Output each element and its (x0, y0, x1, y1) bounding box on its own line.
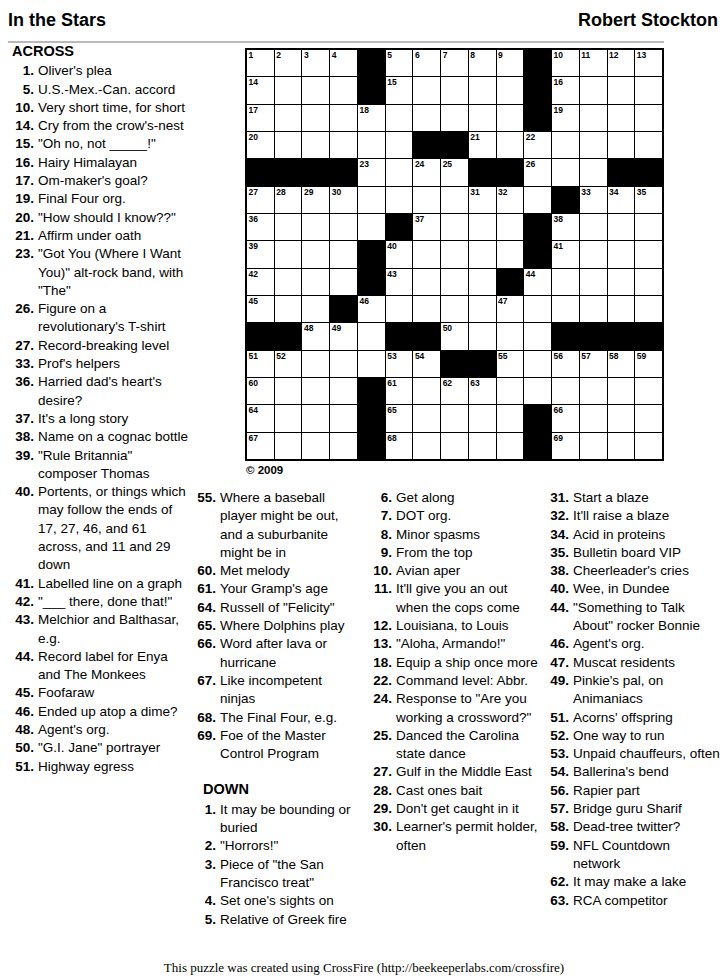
clue-text: Bulletin board VIP (573, 544, 721, 562)
clue-number: 15. (8, 135, 38, 153)
grid-cell-r6c11[interactable] (524, 187, 551, 213)
grid-cell-r6c9[interactable]: 31 (469, 187, 496, 213)
grid-cell-r9c1[interactable]: 42 (247, 269, 274, 295)
cell-number: 64 (249, 405, 258, 415)
grid-cell-r12c4[interactable] (330, 351, 357, 377)
grid-cell-r14c9[interactable] (469, 405, 496, 431)
grid-cell-r9c4[interactable] (330, 269, 357, 295)
grid-cell-r13c14[interactable] (608, 378, 635, 404)
grid-cell-r7c15[interactable] (635, 214, 662, 240)
grid-cell-r9c6[interactable]: 43 (386, 269, 413, 295)
cell-number: 41 (554, 241, 563, 251)
grid-cell-r13c13[interactable] (580, 378, 607, 404)
clue-text: Ended up atop a dime? (38, 703, 193, 721)
clue-across-23: 23."Got You (Where I Want You)" alt-rock… (8, 245, 193, 300)
clue-across-64: 64.Russell of "Felicity" (190, 599, 360, 617)
grid-cell-r3c4[interactable] (330, 105, 357, 131)
black-cell (524, 241, 551, 267)
clue-number: 27. (8, 337, 38, 355)
cell-number: 57 (581, 351, 590, 361)
clue-column-1: ACROSS 1.Oliver's plea5.U.S.-Mex.-Can. a… (8, 42, 193, 776)
grid-cell-r7c1[interactable]: 36 (247, 214, 274, 240)
grid-cell-r6c14[interactable]: 34 (608, 187, 635, 213)
grid-cell-r10c1[interactable]: 45 (247, 296, 274, 322)
clue-text: Foe of the Master Control Program (220, 727, 360, 764)
clue-down-63: 63.RCA competitor (543, 892, 721, 910)
grid-cell-r8c2[interactable] (275, 241, 302, 267)
clue-text: It may make a lake (573, 873, 721, 891)
grid-cell-r8c7[interactable] (413, 241, 440, 267)
grid-cell-r2c14[interactable] (608, 77, 635, 103)
grid-cell-r13c15[interactable] (635, 378, 662, 404)
grid-cell-r6c7[interactable] (413, 187, 440, 213)
grid-cell-r10c7[interactable] (413, 296, 440, 322)
grid-cell-r8c8[interactable] (441, 241, 468, 267)
grid-cell-r13c3[interactable] (302, 378, 329, 404)
grid-cell-r13c2[interactable] (275, 378, 302, 404)
grid-cell-r10c5[interactable]: 46 (358, 296, 385, 322)
grid-cell-r8c15[interactable] (635, 241, 662, 267)
clue-number: 16. (8, 154, 38, 172)
grid-cell-r14c8[interactable] (441, 405, 468, 431)
cell-number: 44 (526, 269, 535, 279)
grid-cell-r14c10[interactable] (497, 405, 524, 431)
grid-cell-r12c11[interactable] (524, 351, 551, 377)
clue-across-36: 36.Harried dad's heart's desire? (8, 373, 193, 410)
grid-cell-r15c1[interactable]: 67 (247, 433, 274, 459)
clue-down-25: 25.Danced the Carolina state dance (366, 727, 541, 764)
grid-cell-r11c5[interactable] (358, 323, 385, 349)
grid-cell-r11c11[interactable] (524, 323, 551, 349)
clue-text: Om-maker's goal? (38, 172, 193, 190)
grid-cell-r14c15[interactable] (635, 405, 662, 431)
grid-cell-r2c3[interactable] (302, 77, 329, 103)
grid-cell-r14c12[interactable]: 66 (552, 405, 579, 431)
grid-cell-r12c6[interactable]: 53 (386, 351, 413, 377)
grid-cell-r8c6[interactable]: 40 (386, 241, 413, 267)
grid-cell-r5c5[interactable]: 23 (358, 159, 385, 185)
grid-cell-r10c11[interactable] (524, 296, 551, 322)
cell-number: 43 (387, 269, 396, 279)
grid-cell-r13c10[interactable] (497, 378, 524, 404)
clue-across-17: 17.Om-maker's goal? (8, 172, 193, 190)
clue-down-31: 31.Start a blaze (543, 489, 721, 507)
grid-cell-r15c4[interactable] (330, 433, 357, 459)
grid-cell-r6c10[interactable]: 32 (497, 187, 524, 213)
black-cell (497, 159, 524, 185)
grid-cell-r15c2[interactable] (275, 433, 302, 459)
clue-text: Ballerina's bend (573, 763, 721, 781)
grid-cell-r15c3[interactable] (302, 433, 329, 459)
grid-cell-r4c1[interactable]: 20 (247, 132, 274, 158)
grid-cell-r12c3[interactable] (302, 351, 329, 377)
grid-cell-r6c8[interactable] (441, 187, 468, 213)
grid-cell-r8c14[interactable] (608, 241, 635, 267)
clue-text: DOT org. (396, 507, 541, 525)
cell-number: 21 (470, 132, 479, 142)
grid-cell-r7c3[interactable] (302, 214, 329, 240)
cell-number: 51 (249, 351, 258, 361)
grid-cell-r4c3[interactable] (302, 132, 329, 158)
grid-cell-r3c6[interactable] (386, 105, 413, 131)
clue-text: Record label for Enya and The Monkees (38, 648, 193, 685)
clue-number: 32. (543, 507, 573, 525)
grid-cell-r5c8[interactable]: 25 (441, 159, 468, 185)
grid-cell-r6c2[interactable]: 28 (275, 187, 302, 213)
grid-cell-r2c7[interactable] (413, 77, 440, 103)
grid-cell-r1c4[interactable]: 4 (330, 50, 357, 76)
grid-cell-r3c7[interactable] (413, 105, 440, 131)
black-cell (413, 132, 440, 158)
grid-cell-r6c13[interactable]: 33 (580, 187, 607, 213)
grid-cell-r15c13[interactable] (580, 433, 607, 459)
grid-cell-r4c6[interactable] (386, 132, 413, 158)
clue-down-3: 3.Piece of "the San Francisco treat" (190, 856, 360, 893)
grid-cell-r11c8[interactable]: 50 (441, 323, 468, 349)
clue-across-41: 41.Labelled line on a graph (8, 575, 193, 593)
grid-cell-r3c5[interactable]: 18 (358, 105, 385, 131)
clue-text: Cast ones bait (396, 782, 541, 800)
grid-cell-r7c5[interactable] (358, 214, 385, 240)
grid-cell-r14c6[interactable]: 65 (386, 405, 413, 431)
grid-cell-r5c12[interactable] (552, 159, 579, 185)
grid-cell-r7c12[interactable]: 38 (552, 214, 579, 240)
clue-text: Highway egress (38, 758, 193, 776)
grid-cell-r13c6[interactable]: 61 (386, 378, 413, 404)
black-cell (302, 159, 329, 185)
grid-cell-r3c3[interactable] (302, 105, 329, 131)
clue-across-42: 42."___ there, done that!" (8, 593, 193, 611)
clue-number: 10. (8, 99, 38, 117)
grid-cell-r8c4[interactable] (330, 241, 357, 267)
clue-across-37: 37.It's a long story (8, 410, 193, 428)
grid-cell-r5c13[interactable] (580, 159, 607, 185)
black-cell (469, 351, 496, 377)
clue-down-28: 28.Cast ones bait (366, 782, 541, 800)
grid-cell-r5c11[interactable]: 26 (524, 159, 551, 185)
grid-cell-r9c15[interactable] (635, 269, 662, 295)
grid-cell-r13c8[interactable]: 62 (441, 378, 468, 404)
cell-number: 67 (249, 433, 258, 443)
clue-number: 41. (8, 575, 38, 593)
grid-cell-r2c4[interactable] (330, 77, 357, 103)
clue-across-60: 60.Met melody (190, 562, 360, 580)
clue-text: It'll raise a blaze (573, 507, 721, 525)
clue-number: 34. (543, 526, 573, 544)
black-cell (608, 159, 635, 185)
clue-text: "Rule Britannia" composer Thomas (38, 447, 193, 484)
grid-cell-r10c12[interactable] (552, 296, 579, 322)
cell-number: 39 (249, 241, 258, 251)
clue-across-40: 40.Portents, or things which may follow … (8, 483, 193, 574)
clue-text: "Something to Talk About" rocker Bonnie (573, 599, 721, 636)
grid-cell-r6c15[interactable]: 35 (635, 187, 662, 213)
clue-down-62: 62.It may make a lake (543, 873, 721, 891)
grid-cell-r10c8[interactable] (441, 296, 468, 322)
grid-cell-r4c12[interactable] (552, 132, 579, 158)
grid-cell-r7c8[interactable] (441, 214, 468, 240)
grid-cell-r4c4[interactable] (330, 132, 357, 158)
grid-cell-r9c11[interactable]: 44 (524, 269, 551, 295)
cell-number: 59 (637, 351, 646, 361)
cell-number: 40 (387, 241, 396, 251)
clue-text: Muscat residents (573, 654, 721, 672)
down-clues-part1: 1.It may be bounding or buried2."Horrors… (190, 801, 360, 929)
grid-cell-r10c6[interactable] (386, 296, 413, 322)
clue-text: "How should I know??" (38, 209, 193, 227)
clue-across-20: 20."How should I know??" (8, 209, 193, 227)
clue-text: Equip a ship once more (396, 654, 541, 672)
grid-cell-r12c7[interactable]: 54 (413, 351, 440, 377)
grid-cell-r7c14[interactable] (608, 214, 635, 240)
grid-cell-r2c10[interactable] (497, 77, 524, 103)
grid-cell-r2c2[interactable] (275, 77, 302, 103)
clue-number: 36. (8, 373, 38, 391)
grid-cell-r12c2[interactable]: 52 (275, 351, 302, 377)
grid-cell-r12c14[interactable]: 58 (608, 351, 635, 377)
grid-cell-r9c14[interactable] (608, 269, 635, 295)
grid-cell-r1c9[interactable]: 8 (469, 50, 496, 76)
grid-cell-r14c14[interactable] (608, 405, 635, 431)
clue-number: 68. (190, 709, 220, 727)
grid-cell-r4c2[interactable] (275, 132, 302, 158)
grid-cell-r2c1[interactable]: 14 (247, 77, 274, 103)
grid-cell-r1c10[interactable]: 9 (497, 50, 524, 76)
grid-cell-r1c7[interactable]: 6 (413, 50, 440, 76)
cell-number: 35 (637, 187, 646, 197)
cell-number: 32 (498, 187, 507, 197)
grid-cell-r8c3[interactable] (302, 241, 329, 267)
grid-cell-r2c13[interactable] (580, 77, 607, 103)
grid-cell-r14c2[interactable] (275, 405, 302, 431)
grid-cell-r15c10[interactable] (497, 433, 524, 459)
grid-cell-r2c12[interactable]: 16 (552, 77, 579, 103)
clue-number: 4. (190, 892, 220, 910)
clue-down-4: 4.Set one's sights on (190, 892, 360, 910)
clue-text: "G.I. Jane" portrayer (38, 739, 193, 757)
grid-cell-r7c13[interactable] (580, 214, 607, 240)
clue-down-47: 47.Muscat residents (543, 654, 721, 672)
grid-cell-r14c4[interactable] (330, 405, 357, 431)
clue-number: 59. (543, 837, 573, 855)
grid-cell-r15c9[interactable] (469, 433, 496, 459)
clue-text: Word after lava or hurricane (220, 635, 360, 672)
grid-cell-r6c6[interactable] (386, 187, 413, 213)
grid-cell-r15c14[interactable] (608, 433, 635, 459)
black-cell (441, 132, 468, 158)
grid-cell-r9c8[interactable] (441, 269, 468, 295)
grid-cell-r9c12[interactable] (552, 269, 579, 295)
clue-text: Unpaid chauffeurs, often (573, 745, 721, 763)
clue-text: Cry from the crow's-nest (38, 117, 193, 135)
grid-cell-r1c14[interactable]: 12 (608, 50, 635, 76)
grid-cell-r13c1[interactable]: 60 (247, 378, 274, 404)
grid-cell-r3c13[interactable] (580, 105, 607, 131)
clue-down-49: 49.Pinkie's pal, on Animaniacs (543, 672, 721, 709)
clue-across-15: 15."Oh no, not _____!" (8, 135, 193, 153)
grid-cell-r12c10[interactable]: 55 (497, 351, 524, 377)
grid-cell-r3c1[interactable]: 17 (247, 105, 274, 131)
grid-cell-r11c4[interactable]: 49 (330, 323, 357, 349)
grid-cell-r4c13[interactable] (580, 132, 607, 158)
grid-cell-r10c15[interactable] (635, 296, 662, 322)
black-cell (247, 323, 274, 349)
grid-cell-r8c9[interactable] (469, 241, 496, 267)
grid-cell-r8c12[interactable]: 41 (552, 241, 579, 267)
grid-cell-r9c2[interactable] (275, 269, 302, 295)
grid-cell-r9c7[interactable] (413, 269, 440, 295)
grid-cell-r2c9[interactable] (469, 77, 496, 103)
grid-cell-r11c9[interactable] (469, 323, 496, 349)
grid-cell-r4c14[interactable] (608, 132, 635, 158)
grid-cell-r1c8[interactable]: 7 (441, 50, 468, 76)
clue-number: 56. (543, 782, 573, 800)
grid-cell-r14c7[interactable] (413, 405, 440, 431)
grid-cell-r6c1[interactable]: 27 (247, 187, 274, 213)
grid-cell-r10c14[interactable] (608, 296, 635, 322)
grid-cell-r11c10[interactable] (497, 323, 524, 349)
grid-cell-r1c13[interactable]: 11 (580, 50, 607, 76)
grid-cell-r7c10[interactable] (497, 214, 524, 240)
grid-cell-r8c13[interactable] (580, 241, 607, 267)
grid-cell-r13c4[interactable] (330, 378, 357, 404)
grid-cell-r7c9[interactable] (469, 214, 496, 240)
grid-cell-r13c11[interactable] (524, 378, 551, 404)
grid-cell-r13c9[interactable]: 63 (469, 378, 496, 404)
clue-across-1: 1.Oliver's plea (8, 62, 193, 80)
clue-down-59: 59.NFL Countdown network (543, 837, 721, 874)
grid-cell-r14c3[interactable] (302, 405, 329, 431)
black-cell (524, 214, 551, 240)
grid-cell-r15c7[interactable] (413, 433, 440, 459)
grid-cell-r6c5[interactable] (358, 187, 385, 213)
grid-cell-r4c15[interactable] (635, 132, 662, 158)
grid-cell-r10c9[interactable] (469, 296, 496, 322)
clue-down-30: 30.Learner's permit holder, often (366, 818, 541, 855)
grid-cell-r14c1[interactable]: 64 (247, 405, 274, 431)
clue-number: 29. (366, 800, 396, 818)
grid-cell-r2c15[interactable] (635, 77, 662, 103)
clue-across-66: 66.Word after lava or hurricane (190, 635, 360, 672)
grid-cell-r10c10[interactable]: 47 (497, 296, 524, 322)
black-cell (386, 323, 413, 349)
grid-cell-r10c13[interactable] (580, 296, 607, 322)
clue-down-34: 34.Acid in proteins (543, 526, 721, 544)
grid-cell-r12c1[interactable]: 51 (247, 351, 274, 377)
grid-cell-r10c3[interactable] (302, 296, 329, 322)
grid-cell-r2c6[interactable]: 15 (386, 77, 413, 103)
grid-cell-r8c10[interactable] (497, 241, 524, 267)
grid-cell-r11c3[interactable]: 48 (302, 323, 329, 349)
grid-cell-r2c8[interactable] (441, 77, 468, 103)
grid-cell-r12c15[interactable]: 59 (635, 351, 662, 377)
clue-text: "___ there, done that!" (38, 593, 193, 611)
clue-number: 51. (8, 758, 38, 776)
grid-cell-r3c10[interactable] (497, 105, 524, 131)
grid-cell-r14c13[interactable] (580, 405, 607, 431)
grid-cell-r12c5[interactable] (358, 351, 385, 377)
grid-cell-r3c14[interactable] (608, 105, 635, 131)
grid-cell-r3c8[interactable] (441, 105, 468, 131)
grid-cell-r15c6[interactable]: 68 (386, 433, 413, 459)
grid-cell-r3c15[interactable] (635, 105, 662, 131)
grid-cell-r8c1[interactable]: 39 (247, 241, 274, 267)
grid-cell-r1c15[interactable]: 13 (635, 50, 662, 76)
grid-cell-r12c12[interactable]: 56 (552, 351, 579, 377)
clue-text: It's a long story (38, 410, 193, 428)
grid-cell-r6c3[interactable]: 29 (302, 187, 329, 213)
grid-cell-r7c4[interactable] (330, 214, 357, 240)
grid-cell-r9c13[interactable] (580, 269, 607, 295)
clue-text: Acorns' offspring (573, 709, 721, 727)
grid-cell-r15c8[interactable] (441, 433, 468, 459)
grid-cell-r4c9[interactable]: 21 (469, 132, 496, 158)
cell-number: 47 (498, 296, 507, 306)
grid-cell-r4c10[interactable] (497, 132, 524, 158)
grid-cell-r15c15[interactable] (635, 433, 662, 459)
cell-number: 52 (276, 351, 285, 361)
black-cell (497, 269, 524, 295)
cell-number: 19 (554, 105, 563, 115)
clue-text: Set one's sights on (220, 892, 360, 910)
page: In the Stars Robert Stockton ACROSS 1.Ol… (0, 0, 728, 979)
cell-number: 15 (387, 77, 396, 87)
clue-number: 30. (366, 818, 396, 836)
black-cell (358, 77, 385, 103)
clue-number: 65. (190, 617, 220, 635)
grid-cell-r1c1[interactable]: 1 (247, 50, 274, 76)
grid-cell-r9c3[interactable] (302, 269, 329, 295)
grid-cell-r3c2[interactable] (275, 105, 302, 131)
grid-cell-r3c9[interactable] (469, 105, 496, 131)
clue-down-40: 40.Wee, in Dundee (543, 580, 721, 598)
grid-cell-r1c2[interactable]: 2 (275, 50, 302, 76)
cell-number: 27 (249, 187, 258, 197)
clue-number: 19. (8, 190, 38, 208)
clue-number: 25. (366, 727, 396, 745)
grid-cell-r13c12[interactable] (552, 378, 579, 404)
grid-cell-r7c2[interactable] (275, 214, 302, 240)
grid-cell-r4c11[interactable]: 22 (524, 132, 551, 158)
clue-text: Very short time, for short (38, 99, 193, 117)
clue-across-43: 43.Melchior and Balthasar, e.g. (8, 611, 193, 648)
grid-cell-r10c2[interactable] (275, 296, 302, 322)
cell-number: 12 (609, 50, 618, 60)
grid-cell-r3c12[interactable]: 19 (552, 105, 579, 131)
grid-cell-r4c5[interactable] (358, 132, 385, 158)
clue-number: 38. (543, 562, 573, 580)
grid-cell-r12c13[interactable]: 57 (580, 351, 607, 377)
grid-cell-r5c6[interactable] (386, 159, 413, 185)
grid-cell-r1c6[interactable]: 5 (386, 50, 413, 76)
clue-down-29: 29.Don't get caught in it (366, 800, 541, 818)
grid-cell-r7c7[interactable]: 37 (413, 214, 440, 240)
across-clues-part2: 55.Where a baseball player might be out,… (190, 489, 360, 763)
clue-down-53: 53.Unpaid chauffeurs, often (543, 745, 721, 763)
clue-text: RCA competitor (573, 892, 721, 910)
grid-cell-r5c7[interactable]: 24 (413, 159, 440, 185)
grid-cell-r9c9[interactable] (469, 269, 496, 295)
clue-across-19: 19.Final Four org. (8, 190, 193, 208)
grid-cell-r1c3[interactable]: 3 (302, 50, 329, 76)
clue-down-2: 2."Horrors!" (190, 837, 360, 855)
grid-cell-r6c4[interactable]: 30 (330, 187, 357, 213)
grid-cell-r15c12[interactable]: 69 (552, 433, 579, 459)
grid-cell-r13c7[interactable] (413, 378, 440, 404)
grid-cell-r1c12[interactable]: 10 (552, 50, 579, 76)
black-cell (580, 323, 607, 349)
clue-across-44: 44.Record label for Enya and The Monkees (8, 648, 193, 685)
